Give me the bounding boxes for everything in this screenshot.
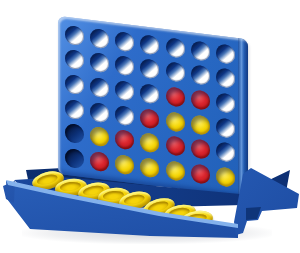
red-piece-c5-r5[interactable]: [166, 136, 185, 157]
cell-c5-r4: [163, 108, 188, 136]
cell-c7-r1: [213, 40, 238, 68]
red-piece-c3-r5[interactable]: [115, 130, 134, 151]
red-piece-c4-r4[interactable]: [140, 108, 159, 129]
cell-c3-r4: [112, 102, 137, 130]
cell-c3-r3: [112, 77, 137, 105]
cell-c5-r6: [163, 157, 188, 185]
cell-c5-r5: [163, 132, 188, 160]
cell-c4-r2: [137, 55, 162, 83]
connect-four-scene: [0, 0, 300, 253]
cell-c4-r6: [137, 154, 162, 182]
red-piece-c5-r3[interactable]: [166, 86, 185, 107]
cell-c6-r4: [188, 111, 213, 139]
empty-hole-c2-r4[interactable]: [90, 102, 109, 123]
cell-c7-r2: [213, 65, 238, 93]
empty-hole-c3-r4[interactable]: [115, 105, 134, 126]
yellow-piece-c6-r4[interactable]: [191, 114, 210, 135]
cell-c1-r2: [62, 46, 87, 74]
cell-c4-r3: [137, 80, 162, 108]
yellow-piece-c4-r5[interactable]: [140, 133, 159, 154]
yellow-piece-c3-r6[interactable]: [115, 154, 134, 175]
empty-hole-c5-r2[interactable]: [166, 62, 185, 83]
yellow-piece-c4-r6[interactable]: [140, 157, 159, 178]
cell-c2-r1: [87, 25, 112, 53]
connect-four-board: [58, 16, 248, 197]
empty-hole-c4-r3[interactable]: [140, 83, 159, 104]
cell-c5-r2: [163, 58, 188, 86]
cell-c4-r5: [137, 129, 162, 157]
empty-hole-c1-r1[interactable]: [65, 25, 84, 46]
cell-c4-r1: [137, 31, 162, 59]
cell-c4-r4: [137, 105, 162, 133]
empty-hole-c2-r1[interactable]: [90, 28, 109, 49]
empty-hole-c4-r1[interactable]: [140, 34, 159, 55]
empty-hole-c1-r4[interactable]: [65, 99, 84, 120]
cell-c3-r1: [112, 28, 137, 56]
empty-hole-c4-r2[interactable]: [140, 59, 159, 80]
cell-c3-r2: [112, 52, 137, 80]
cell-c1-r5: [62, 120, 87, 148]
board-grid: [62, 21, 238, 191]
cell-c2-r5: [87, 123, 112, 151]
cell-c5-r3: [163, 83, 188, 111]
cell-c3-r5: [112, 126, 137, 154]
cell-c7-r4: [213, 114, 238, 142]
empty-hole-c6-r2[interactable]: [191, 65, 210, 86]
empty-hole-c1-r3[interactable]: [65, 74, 84, 95]
cell-c7-r5: [213, 139, 238, 167]
red-piece-c6-r3[interactable]: [191, 89, 210, 110]
empty-hole-c7-r4[interactable]: [216, 117, 235, 138]
cell-c2-r2: [87, 49, 112, 77]
cell-c2-r6: [87, 148, 112, 176]
cell-c1-r4: [62, 95, 87, 123]
cell-c6-r1: [188, 37, 213, 65]
yellow-piece-c7-r6[interactable]: [216, 167, 235, 188]
red-piece-c2-r6[interactable]: [90, 151, 109, 172]
cell-c2-r4: [87, 99, 112, 127]
cell-c6-r3: [188, 86, 213, 114]
red-piece-c6-r5[interactable]: [191, 139, 210, 160]
cell-c1-r6: [62, 145, 87, 173]
empty-hole-c3-r1[interactable]: [115, 31, 134, 52]
empty-hole-c7-r2[interactable]: [216, 68, 235, 89]
empty-hole-c7-r5[interactable]: [216, 142, 235, 163]
cell-c1-r1: [62, 21, 87, 49]
empty-hole-c1-r5[interactable]: [65, 123, 84, 144]
empty-hole-c3-r3[interactable]: [115, 80, 134, 101]
empty-hole-c1-r6[interactable]: [65, 148, 84, 169]
empty-hole-c6-r1[interactable]: [191, 40, 210, 61]
empty-hole-c1-r2[interactable]: [65, 49, 84, 70]
cell-c7-r3: [213, 89, 238, 117]
empty-hole-c3-r2[interactable]: [115, 56, 134, 77]
empty-hole-c7-r3[interactable]: [216, 93, 235, 114]
empty-hole-c7-r1[interactable]: [216, 43, 235, 64]
yellow-piece-c2-r5[interactable]: [90, 126, 109, 147]
empty-hole-c2-r2[interactable]: [90, 52, 109, 73]
cell-c5-r1: [163, 34, 188, 62]
cell-c7-r6: [213, 163, 238, 191]
empty-hole-c2-r3[interactable]: [90, 77, 109, 98]
cell-c3-r6: [112, 151, 137, 179]
cell-c6-r2: [188, 62, 213, 90]
cell-c6-r6: [188, 160, 213, 188]
cell-c2-r3: [87, 74, 112, 102]
cell-c1-r3: [62, 71, 87, 99]
yellow-piece-c5-r6[interactable]: [166, 160, 185, 181]
cell-c6-r5: [188, 136, 213, 164]
red-piece-c6-r6[interactable]: [191, 163, 210, 184]
yellow-piece-c5-r4[interactable]: [166, 111, 185, 132]
empty-hole-c5-r1[interactable]: [166, 37, 185, 58]
